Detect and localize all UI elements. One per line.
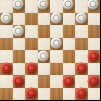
square-r7c4[interactable]: [50, 88, 63, 101]
square-r4c7[interactable]: [88, 50, 101, 63]
square-r0c7[interactable]: [88, 0, 101, 13]
square-r5c7[interactable]: [88, 63, 101, 76]
square-r3c6[interactable]: [75, 38, 88, 51]
square-r7c1[interactable]: [13, 88, 26, 101]
square-r5c5[interactable]: [63, 63, 76, 76]
square-r0c4[interactable]: [50, 0, 63, 13]
white-checker[interactable]: [38, 50, 49, 61]
red-checker[interactable]: [63, 75, 74, 86]
white-checker[interactable]: [75, 13, 86, 24]
square-r1c6[interactable]: [75, 13, 88, 26]
square-r4c4[interactable]: [50, 50, 63, 63]
square-r1c1[interactable]: [13, 13, 26, 26]
square-r5c3[interactable]: [38, 63, 51, 76]
square-r5c2[interactable]: [25, 63, 38, 76]
square-r2c2[interactable]: [25, 25, 38, 38]
square-r1c7[interactable]: [88, 13, 101, 26]
square-r5c4[interactable]: [50, 63, 63, 76]
square-r0c1[interactable]: [13, 0, 26, 13]
red-checker[interactable]: [25, 88, 36, 99]
white-checker[interactable]: [50, 13, 61, 24]
red-checker[interactable]: [88, 75, 99, 86]
white-checker[interactable]: [13, 25, 24, 36]
square-r4c5[interactable]: [63, 50, 76, 63]
square-r7c5[interactable]: [63, 88, 76, 101]
square-r6c5[interactable]: [63, 75, 76, 88]
square-r2c7[interactable]: [88, 25, 101, 38]
square-r1c2[interactable]: [25, 13, 38, 26]
white-checker[interactable]: [13, 0, 24, 9]
square-r6c3[interactable]: [38, 75, 51, 88]
red-checker[interactable]: [25, 63, 36, 74]
square-r4c2[interactable]: [25, 50, 38, 63]
square-r5c1[interactable]: [13, 63, 26, 76]
square-r6c7[interactable]: [88, 75, 101, 88]
square-r6c6[interactable]: [75, 75, 88, 88]
square-r0c5[interactable]: [63, 0, 76, 13]
square-r3c7[interactable]: [88, 38, 101, 51]
square-r6c4[interactable]: [50, 75, 63, 88]
square-r1c4[interactable]: [50, 13, 63, 26]
square-r7c3[interactable]: [38, 88, 51, 101]
square-r1c0[interactable]: [0, 13, 13, 26]
square-r3c1[interactable]: [13, 38, 26, 51]
square-r0c3[interactable]: [38, 0, 51, 13]
checkers-board: [0, 0, 100, 100]
square-r7c7[interactable]: [88, 88, 101, 101]
square-r2c3[interactable]: [38, 25, 51, 38]
square-r2c4[interactable]: [50, 25, 63, 38]
red-checker[interactable]: [88, 50, 99, 61]
square-r1c3[interactable]: [38, 13, 51, 26]
square-r2c1[interactable]: [13, 25, 26, 38]
square-r4c6[interactable]: [75, 50, 88, 63]
square-r0c6[interactable]: [75, 0, 88, 13]
square-r2c5[interactable]: [63, 25, 76, 38]
white-checker[interactable]: [88, 0, 99, 9]
square-r2c0[interactable]: [0, 25, 13, 38]
square-r5c0[interactable]: [0, 63, 13, 76]
square-r1c5[interactable]: [63, 13, 76, 26]
red-checker[interactable]: [75, 88, 86, 99]
square-r2c6[interactable]: [75, 25, 88, 38]
white-checker[interactable]: [50, 38, 61, 49]
square-r7c2[interactable]: [25, 88, 38, 101]
square-r4c0[interactable]: [0, 50, 13, 63]
red-checker[interactable]: [75, 63, 86, 74]
square-r3c2[interactable]: [25, 38, 38, 51]
square-r0c2[interactable]: [25, 0, 38, 13]
white-checker[interactable]: [63, 0, 74, 9]
square-r0c0[interactable]: [0, 0, 13, 13]
square-r3c3[interactable]: [38, 38, 51, 51]
checkers-photo: [0, 0, 100, 100]
square-r7c0[interactable]: [0, 88, 13, 101]
square-r3c0[interactable]: [0, 38, 13, 51]
white-checker[interactable]: [0, 13, 11, 24]
square-r6c2[interactable]: [25, 75, 38, 88]
white-checker[interactable]: [38, 0, 49, 9]
red-checker[interactable]: [0, 63, 11, 74]
red-checker[interactable]: [13, 75, 24, 86]
square-r4c1[interactable]: [13, 50, 26, 63]
square-r3c4[interactable]: [50, 38, 63, 51]
square-r3c5[interactable]: [63, 38, 76, 51]
square-r6c0[interactable]: [0, 75, 13, 88]
square-r6c1[interactable]: [13, 75, 26, 88]
square-r5c6[interactable]: [75, 63, 88, 76]
square-r7c6[interactable]: [75, 88, 88, 101]
square-r4c3[interactable]: [38, 50, 51, 63]
